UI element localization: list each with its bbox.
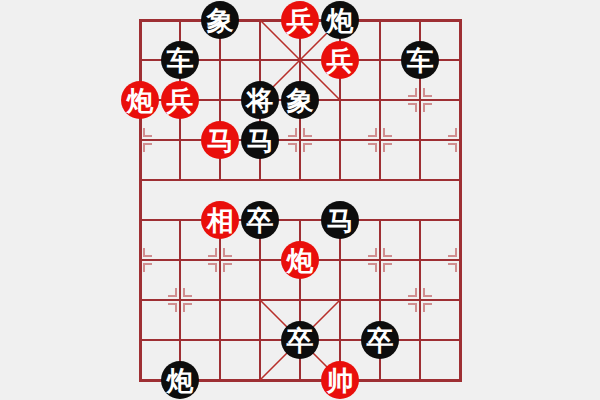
piece-black-elephant[interactable]: 象 bbox=[281, 81, 319, 119]
piece-red-general[interactable]: 帅 bbox=[321, 361, 359, 399]
piece-black-soldier[interactable]: 卒 bbox=[361, 321, 399, 359]
piece-red-cannon[interactable]: 炮 bbox=[281, 241, 319, 279]
piece-black-elephant[interactable]: 象 bbox=[201, 1, 239, 39]
pieces-layer: 象兵炮车兵车炮兵将象马马相卒马炮卒卒炮帅 bbox=[0, 0, 600, 400]
piece-black-chariot[interactable]: 车 bbox=[401, 41, 439, 79]
piece-red-soldier[interactable]: 兵 bbox=[281, 1, 319, 39]
piece-black-cannon[interactable]: 炮 bbox=[321, 1, 359, 39]
piece-black-cannon[interactable]: 炮 bbox=[161, 361, 199, 399]
piece-red-horse[interactable]: 马 bbox=[201, 121, 239, 159]
piece-red-soldier[interactable]: 兵 bbox=[161, 81, 199, 119]
piece-black-chariot[interactable]: 车 bbox=[161, 41, 199, 79]
xiangqi-board[interactable]: 象兵炮车兵车炮兵将象马马相卒马炮卒卒炮帅 bbox=[0, 0, 600, 400]
piece-black-horse[interactable]: 马 bbox=[321, 201, 359, 239]
piece-black-general[interactable]: 将 bbox=[241, 81, 279, 119]
piece-black-horse[interactable]: 马 bbox=[241, 121, 279, 159]
piece-black-soldier[interactable]: 卒 bbox=[281, 321, 319, 359]
piece-red-cannon[interactable]: 炮 bbox=[121, 81, 159, 119]
piece-black-soldier[interactable]: 卒 bbox=[241, 201, 279, 239]
piece-red-elephant[interactable]: 相 bbox=[201, 201, 239, 239]
piece-red-soldier[interactable]: 兵 bbox=[321, 41, 359, 79]
